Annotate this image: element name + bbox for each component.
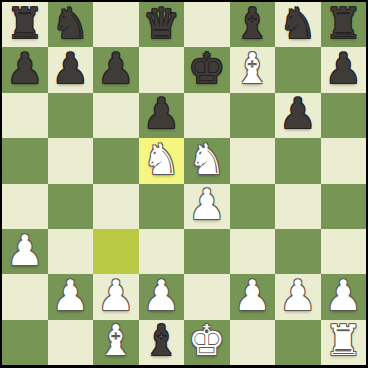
- square-a1[interactable]: [2, 320, 48, 365]
- square-e2[interactable]: [184, 274, 230, 319]
- square-a6[interactable]: [2, 93, 48, 138]
- piece-white-bishop[interactable]: ♝: [97, 320, 135, 362]
- piece-black-queen[interactable]: ♛: [142, 3, 180, 45]
- square-e8[interactable]: [184, 2, 230, 47]
- piece-white-pawn[interactable]: ♟: [142, 275, 180, 317]
- square-e1[interactable]: ♚: [184, 320, 230, 365]
- square-g4[interactable]: [275, 184, 321, 229]
- piece-black-king[interactable]: ♚: [188, 48, 226, 90]
- piece-black-pawn[interactable]: ♟: [324, 48, 362, 90]
- square-c5[interactable]: [93, 138, 139, 183]
- square-b8[interactable]: ♞: [48, 2, 94, 47]
- square-f2[interactable]: ♟: [230, 274, 276, 319]
- square-h5[interactable]: [321, 138, 367, 183]
- square-a7[interactable]: ♟: [2, 47, 48, 92]
- square-h8[interactable]: ♜: [321, 2, 367, 47]
- square-c7[interactable]: ♟: [93, 47, 139, 92]
- square-c6[interactable]: [93, 93, 139, 138]
- square-d1[interactable]: ♝: [139, 320, 185, 365]
- square-b5[interactable]: [48, 138, 94, 183]
- piece-white-pawn[interactable]: ♟: [279, 275, 317, 317]
- piece-black-rook[interactable]: ♜: [6, 3, 44, 45]
- square-d2[interactable]: ♟: [139, 274, 185, 319]
- piece-black-pawn[interactable]: ♟: [142, 93, 180, 135]
- piece-black-knight[interactable]: ♞: [279, 3, 317, 45]
- piece-white-knight[interactable]: ♞: [188, 139, 226, 181]
- piece-white-king[interactable]: ♚: [188, 320, 226, 362]
- square-e6[interactable]: [184, 93, 230, 138]
- square-h6[interactable]: [321, 93, 367, 138]
- square-c1[interactable]: ♝: [93, 320, 139, 365]
- piece-white-rook[interactable]: ♜: [324, 320, 362, 362]
- square-g6[interactable]: ♟: [275, 93, 321, 138]
- piece-white-pawn[interactable]: ♟: [324, 275, 362, 317]
- square-g5[interactable]: [275, 138, 321, 183]
- piece-white-pawn[interactable]: ♟: [51, 275, 89, 317]
- square-a2[interactable]: [2, 274, 48, 319]
- square-h1[interactable]: ♜: [321, 320, 367, 365]
- square-d3[interactable]: [139, 229, 185, 274]
- piece-black-bishop[interactable]: ♝: [233, 3, 271, 45]
- square-b2[interactable]: ♟: [48, 274, 94, 319]
- square-h7[interactable]: ♟: [321, 47, 367, 92]
- square-a5[interactable]: [2, 138, 48, 183]
- piece-white-knight[interactable]: ♞: [142, 139, 180, 181]
- square-d4[interactable]: [139, 184, 185, 229]
- piece-white-pawn[interactable]: ♟: [188, 184, 226, 226]
- piece-white-pawn[interactable]: ♟: [233, 275, 271, 317]
- piece-black-bishop[interactable]: ♝: [142, 320, 180, 362]
- piece-white-bishop[interactable]: ♝: [233, 48, 271, 90]
- piece-black-pawn[interactable]: ♟: [6, 48, 44, 90]
- piece-black-knight[interactable]: ♞: [51, 3, 89, 45]
- square-h4[interactable]: [321, 184, 367, 229]
- square-b3[interactable]: [48, 229, 94, 274]
- square-g7[interactable]: [275, 47, 321, 92]
- square-f8[interactable]: ♝: [230, 2, 276, 47]
- square-d5[interactable]: ♞: [139, 138, 185, 183]
- piece-black-rook[interactable]: ♜: [324, 3, 362, 45]
- piece-white-pawn[interactable]: ♟: [97, 275, 135, 317]
- square-f7[interactable]: ♝: [230, 47, 276, 92]
- square-a3[interactable]: ♟: [2, 229, 48, 274]
- square-e4[interactable]: ♟: [184, 184, 230, 229]
- square-f6[interactable]: [230, 93, 276, 138]
- square-e3[interactable]: [184, 229, 230, 274]
- square-d8[interactable]: ♛: [139, 2, 185, 47]
- piece-black-pawn[interactable]: ♟: [51, 48, 89, 90]
- square-b6[interactable]: [48, 93, 94, 138]
- square-g1[interactable]: [275, 320, 321, 365]
- square-d6[interactable]: ♟: [139, 93, 185, 138]
- square-c2[interactable]: ♟: [93, 274, 139, 319]
- square-g2[interactable]: ♟: [275, 274, 321, 319]
- square-a8[interactable]: ♜: [2, 2, 48, 47]
- chess-board: ♜♞♛♝♞♜♟♟♟♚♝♟♟♟♞♞♟♟♟♟♟♟♟♟♝♝♚♜: [2, 2, 366, 365]
- square-f4[interactable]: [230, 184, 276, 229]
- piece-black-pawn[interactable]: ♟: [97, 48, 135, 90]
- square-h2[interactable]: ♟: [321, 274, 367, 319]
- square-g3[interactable]: [275, 229, 321, 274]
- square-c4[interactable]: [93, 184, 139, 229]
- square-e7[interactable]: ♚: [184, 47, 230, 92]
- square-b1[interactable]: [48, 320, 94, 365]
- square-c3[interactable]: [93, 229, 139, 274]
- square-b7[interactable]: ♟: [48, 47, 94, 92]
- piece-black-pawn[interactable]: ♟: [279, 93, 317, 135]
- square-h3[interactable]: [321, 229, 367, 274]
- square-g8[interactable]: ♞: [275, 2, 321, 47]
- square-f1[interactable]: [230, 320, 276, 365]
- square-a4[interactable]: [2, 184, 48, 229]
- square-c8[interactable]: [93, 2, 139, 47]
- piece-white-pawn[interactable]: ♟: [6, 230, 44, 272]
- board-frame: ♜♞♛♝♞♜♟♟♟♚♝♟♟♟♞♞♟♟♟♟♟♟♟♟♝♝♚♜: [0, 0, 368, 368]
- square-f3[interactable]: [230, 229, 276, 274]
- square-b4[interactable]: [48, 184, 94, 229]
- square-f5[interactable]: [230, 138, 276, 183]
- square-d7[interactable]: [139, 47, 185, 92]
- square-e5[interactable]: ♞: [184, 138, 230, 183]
